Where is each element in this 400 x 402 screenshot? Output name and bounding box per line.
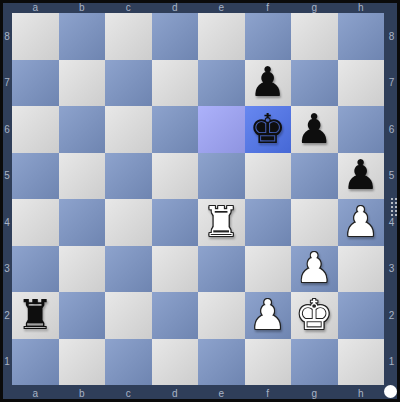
square-f8[interactable] [245, 13, 292, 60]
white-rook-e4[interactable]: ♜ [198, 199, 245, 246]
square-b3[interactable] [59, 246, 106, 293]
rank-label-5: 5 [2, 153, 12, 200]
square-a8[interactable] [12, 13, 59, 60]
file-label-b: b [59, 387, 106, 399]
chess-board: ♟♚♟♟♜♟♟♜♟♚ [12, 13, 384, 385]
square-h8[interactable] [338, 13, 385, 60]
square-a3[interactable] [12, 246, 59, 293]
square-f3[interactable] [245, 246, 292, 293]
rank-label-2: 2 [2, 292, 12, 339]
square-a1[interactable] [12, 339, 59, 386]
black-rook-a2[interactable]: ♜ [12, 292, 59, 339]
square-a4[interactable] [12, 199, 59, 246]
file-labels-top: abcdefgh [12, 2, 384, 13]
square-g1[interactable] [291, 339, 338, 386]
square-d3[interactable] [152, 246, 199, 293]
file-label-a: a [12, 387, 59, 399]
black-pawn-g6[interactable]: ♟ [291, 106, 338, 153]
rank-label-3: 3 [2, 246, 12, 293]
square-f1[interactable] [245, 339, 292, 386]
square-e3[interactable] [198, 246, 245, 293]
file-label-d: d [152, 2, 199, 13]
rank-label-4: 4 [2, 199, 12, 246]
square-h1[interactable] [338, 339, 385, 386]
rank-label-6: 6 [2, 106, 12, 153]
rank-label-7: 7 [386, 60, 397, 107]
square-c2[interactable] [105, 292, 152, 339]
square-e8[interactable] [198, 13, 245, 60]
square-f5[interactable] [245, 153, 292, 200]
white-pawn-h4[interactable]: ♟ [338, 199, 385, 246]
square-d5[interactable] [152, 153, 199, 200]
square-d2[interactable] [152, 292, 199, 339]
square-a7[interactable] [12, 60, 59, 107]
file-label-d: d [152, 387, 199, 399]
square-e6[interactable] [198, 106, 245, 153]
square-a2[interactable]: ♜ [12, 292, 59, 339]
square-h2[interactable] [338, 292, 385, 339]
resize-grip-icon[interactable] [389, 196, 398, 217]
square-e2[interactable] [198, 292, 245, 339]
black-pawn-h5[interactable]: ♟ [338, 153, 385, 200]
square-d8[interactable] [152, 13, 199, 60]
file-label-c: c [105, 387, 152, 399]
rank-label-1: 1 [386, 339, 397, 386]
square-d4[interactable] [152, 199, 199, 246]
square-e7[interactable] [198, 60, 245, 107]
square-f7[interactable]: ♟ [245, 60, 292, 107]
file-labels-bottom: abcdefgh [12, 387, 384, 399]
white-pawn-f2[interactable]: ♟ [245, 292, 292, 339]
file-label-g: g [291, 2, 338, 13]
square-d1[interactable] [152, 339, 199, 386]
square-b7[interactable] [59, 60, 106, 107]
file-label-e: e [198, 2, 245, 13]
square-c1[interactable] [105, 339, 152, 386]
square-f4[interactable] [245, 199, 292, 246]
white-king-g2[interactable]: ♚ [291, 292, 338, 339]
square-g5[interactable] [291, 153, 338, 200]
rank-label-1: 1 [2, 339, 12, 386]
black-king-f6[interactable]: ♚ [245, 106, 292, 153]
square-f6[interactable]: ♚ [245, 106, 292, 153]
square-g4[interactable] [291, 199, 338, 246]
square-e5[interactable] [198, 153, 245, 200]
square-h6[interactable] [338, 106, 385, 153]
rank-label-3: 3 [386, 246, 397, 293]
rank-label-7: 7 [2, 60, 12, 107]
square-c3[interactable] [105, 246, 152, 293]
square-g3[interactable]: ♟ [291, 246, 338, 293]
square-b6[interactable] [59, 106, 106, 153]
square-c8[interactable] [105, 13, 152, 60]
square-a6[interactable] [12, 106, 59, 153]
rank-label-8: 8 [386, 13, 397, 60]
square-d6[interactable] [152, 106, 199, 153]
file-label-e: e [198, 387, 245, 399]
white-to-move-indicator [384, 385, 397, 398]
square-g8[interactable] [291, 13, 338, 60]
square-e4[interactable]: ♜ [198, 199, 245, 246]
square-c7[interactable] [105, 60, 152, 107]
white-pawn-g3[interactable]: ♟ [291, 246, 338, 293]
square-f2[interactable]: ♟ [245, 292, 292, 339]
chess-app-window: abcdefgh 87654321 ♟♚♟♟♜♟♟♜♟♚ 87654321 ab… [0, 0, 400, 402]
square-b8[interactable] [59, 13, 106, 60]
file-label-f: f [245, 2, 292, 13]
square-a5[interactable] [12, 153, 59, 200]
square-g2[interactable]: ♚ [291, 292, 338, 339]
file-label-h: h [338, 2, 385, 13]
rank-label-8: 8 [2, 13, 12, 60]
file-label-f: f [245, 387, 292, 399]
file-label-h: h [338, 387, 385, 399]
file-label-a: a [12, 2, 59, 13]
square-c5[interactable] [105, 153, 152, 200]
square-d7[interactable] [152, 60, 199, 107]
square-h7[interactable] [338, 60, 385, 107]
square-b2[interactable] [59, 292, 106, 339]
file-label-c: c [105, 2, 152, 13]
square-g7[interactable] [291, 60, 338, 107]
rank-label-6: 6 [386, 106, 397, 153]
file-label-g: g [291, 387, 338, 399]
square-h3[interactable] [338, 246, 385, 293]
file-label-b: b [59, 2, 106, 13]
square-c6[interactable] [105, 106, 152, 153]
square-b5[interactable] [59, 153, 106, 200]
square-e1[interactable] [198, 339, 245, 386]
square-b4[interactable] [59, 199, 106, 246]
rank-labels-left: 87654321 [2, 13, 12, 385]
black-pawn-f7[interactable]: ♟ [245, 60, 292, 107]
square-h5[interactable]: ♟ [338, 153, 385, 200]
square-h4[interactable]: ♟ [338, 199, 385, 246]
square-g6[interactable]: ♟ [291, 106, 338, 153]
rank-label-5: 5 [386, 153, 397, 200]
rank-label-2: 2 [386, 292, 397, 339]
square-b1[interactable] [59, 339, 106, 386]
square-c4[interactable] [105, 199, 152, 246]
